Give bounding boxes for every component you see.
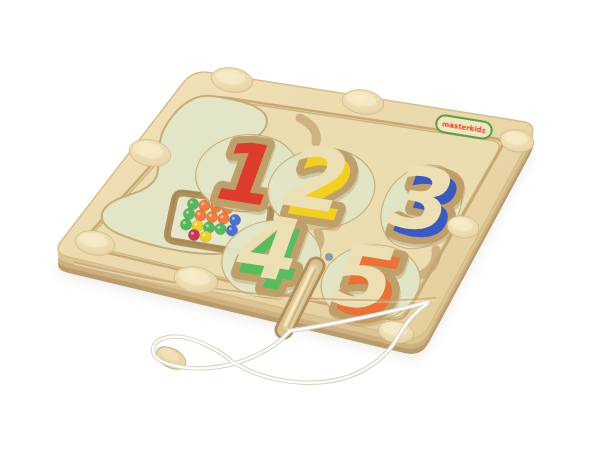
magnetic-bead[interactable] (215, 223, 226, 234)
magnetic-bead[interactable] (188, 229, 199, 240)
magnet-dot (325, 253, 332, 260)
magnetic-bead[interactable] (183, 208, 194, 219)
magnetic-bead[interactable] (180, 219, 191, 230)
magnetic-bead[interactable] (200, 231, 211, 242)
maze-board-scene: 1112222333344445555 masterkidz (0, 0, 600, 450)
product-photo-stage: 1112222333344445555 masterkidz (0, 0, 600, 450)
magnetic-bead[interactable] (187, 198, 198, 209)
